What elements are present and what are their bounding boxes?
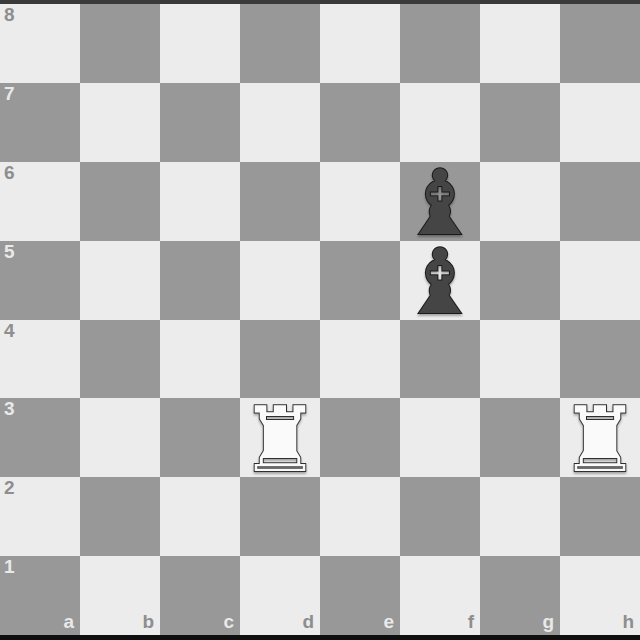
- square-a5[interactable]: 5: [0, 241, 80, 320]
- chess-board: 876♝5♝43♜♜21abcdefgh: [0, 4, 640, 635]
- square-e1[interactable]: e: [320, 556, 400, 635]
- square-g8[interactable]: [480, 4, 560, 83]
- rank-label-8: 8: [4, 5, 15, 26]
- square-f3[interactable]: [400, 398, 480, 477]
- square-d7[interactable]: [240, 83, 320, 162]
- square-d6[interactable]: [240, 162, 320, 241]
- square-g2[interactable]: [480, 477, 560, 556]
- square-c1[interactable]: c: [160, 556, 240, 635]
- rank-label-1: 1: [4, 557, 15, 578]
- square-g4[interactable]: [480, 320, 560, 399]
- file-label-a: a: [63, 612, 74, 633]
- square-d1[interactable]: d: [240, 556, 320, 635]
- square-e7[interactable]: [320, 83, 400, 162]
- piece-white-rook-h3[interactable]: ♜: [560, 400, 640, 479]
- square-f1[interactable]: f: [400, 556, 480, 635]
- square-c7[interactable]: [160, 83, 240, 162]
- square-a3[interactable]: 3: [0, 398, 80, 477]
- square-e6[interactable]: [320, 162, 400, 241]
- square-b7[interactable]: [80, 83, 160, 162]
- square-b6[interactable]: [80, 162, 160, 241]
- square-b4[interactable]: [80, 320, 160, 399]
- square-c3[interactable]: [160, 398, 240, 477]
- square-b1[interactable]: b: [80, 556, 160, 635]
- square-b3[interactable]: [80, 398, 160, 477]
- square-g7[interactable]: [480, 83, 560, 162]
- square-c8[interactable]: [160, 4, 240, 83]
- file-label-c: c: [223, 612, 234, 633]
- file-label-f: f: [468, 612, 474, 633]
- square-h2[interactable]: [560, 477, 640, 556]
- file-label-b: b: [142, 612, 154, 633]
- square-h7[interactable]: [560, 83, 640, 162]
- square-e3[interactable]: [320, 398, 400, 477]
- square-e8[interactable]: [320, 4, 400, 83]
- square-c4[interactable]: [160, 320, 240, 399]
- rank-label-2: 2: [4, 478, 15, 499]
- square-d5[interactable]: [240, 241, 320, 320]
- square-d8[interactable]: [240, 4, 320, 83]
- square-c6[interactable]: [160, 162, 240, 241]
- square-h6[interactable]: [560, 162, 640, 241]
- square-c5[interactable]: [160, 241, 240, 320]
- square-g1[interactable]: g: [480, 556, 560, 635]
- square-a8[interactable]: 8: [0, 4, 80, 83]
- square-a7[interactable]: 7: [0, 83, 80, 162]
- square-a2[interactable]: 2: [0, 477, 80, 556]
- square-h1[interactable]: h: [560, 556, 640, 635]
- square-b8[interactable]: [80, 4, 160, 83]
- rank-label-6: 6: [4, 163, 15, 184]
- square-b5[interactable]: [80, 241, 160, 320]
- file-label-d: d: [302, 612, 314, 633]
- square-a1[interactable]: 1a: [0, 556, 80, 635]
- square-g6[interactable]: [480, 162, 560, 241]
- chess-board-container: 876♝5♝43♜♜21abcdefgh: [0, 0, 640, 640]
- square-f4[interactable]: [400, 320, 480, 399]
- square-g3[interactable]: [480, 398, 560, 477]
- square-h3[interactable]: ♜: [560, 398, 640, 477]
- square-e4[interactable]: [320, 320, 400, 399]
- piece-black-bishop-f5[interactable]: ♝: [400, 243, 480, 322]
- rank-label-3: 3: [4, 399, 15, 420]
- rank-label-4: 4: [4, 321, 15, 342]
- square-d2[interactable]: [240, 477, 320, 556]
- square-h8[interactable]: [560, 4, 640, 83]
- square-h5[interactable]: [560, 241, 640, 320]
- rank-label-5: 5: [4, 242, 15, 263]
- file-label-e: e: [383, 612, 394, 633]
- square-f5[interactable]: ♝: [400, 241, 480, 320]
- square-e2[interactable]: [320, 477, 400, 556]
- square-a6[interactable]: 6: [0, 162, 80, 241]
- square-e5[interactable]: [320, 241, 400, 320]
- piece-white-rook-d3[interactable]: ♜: [240, 400, 320, 479]
- square-g5[interactable]: [480, 241, 560, 320]
- file-label-g: g: [542, 612, 554, 633]
- square-f2[interactable]: [400, 477, 480, 556]
- square-a4[interactable]: 4: [0, 320, 80, 399]
- square-b2[interactable]: [80, 477, 160, 556]
- rank-label-7: 7: [4, 84, 15, 105]
- square-c2[interactable]: [160, 477, 240, 556]
- square-d3[interactable]: ♜: [240, 398, 320, 477]
- square-f8[interactable]: [400, 4, 480, 83]
- file-label-h: h: [622, 612, 634, 633]
